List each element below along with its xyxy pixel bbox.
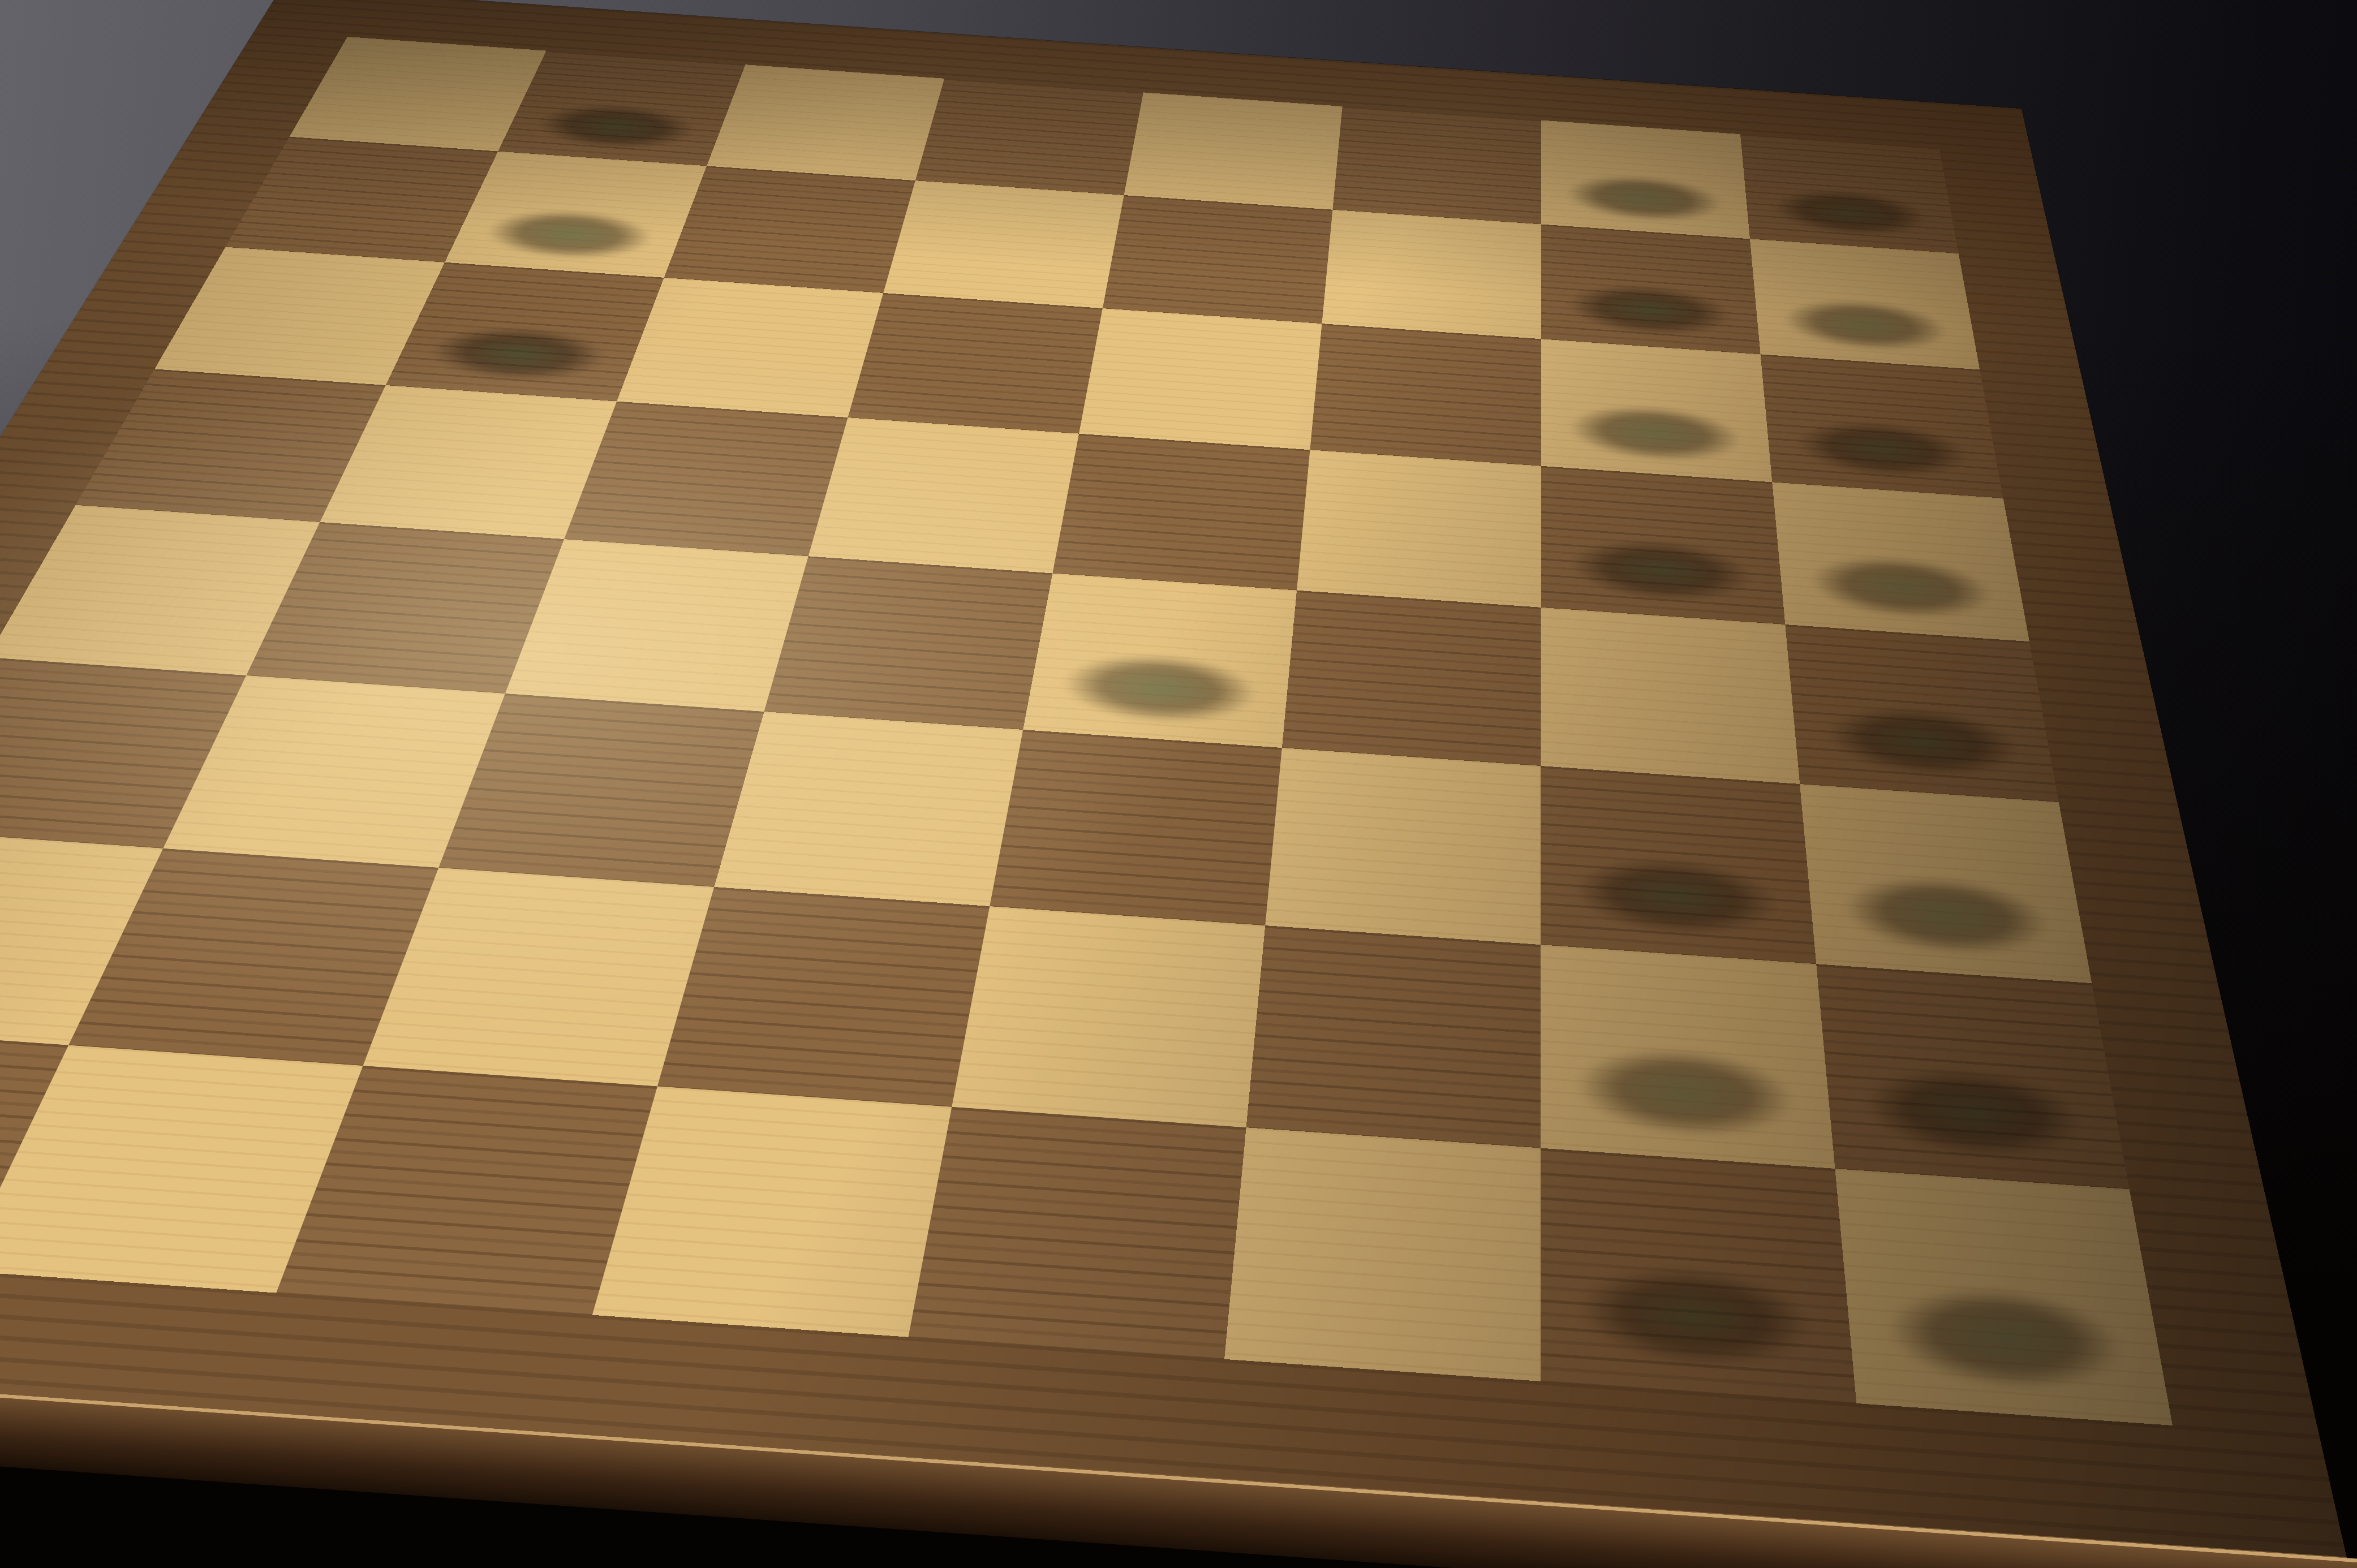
square-a4	[592, 1086, 952, 1337]
square-f5	[1079, 308, 1322, 450]
square-a6	[1224, 1127, 1541, 1381]
square-e1	[76, 369, 386, 522]
square-c1	[0, 657, 246, 848]
square-f3	[617, 278, 883, 417]
square-f4	[848, 293, 1103, 434]
chessboard-grid: ♟♟♜♟♟♞♟♟♝♟♚♟♛♟♝♟♞♟♜	[0, 37, 2173, 1425]
square-g4	[883, 180, 1124, 308]
square-g3	[664, 166, 915, 293]
chess-photo-scene: ♟♟♜♟♟♞♟♟♝♟♚♟♛♟♝♟♞♟♜	[0, 0, 2357, 1568]
square-b4	[657, 887, 990, 1107]
square-b6	[1246, 925, 1541, 1148]
square-h4	[915, 79, 1143, 195]
square-h6	[1332, 106, 1541, 225]
square-c6	[1265, 748, 1541, 945]
square-a7: ♟	[1541, 1148, 1857, 1403]
square-d6	[1282, 591, 1541, 766]
square-g6	[1322, 210, 1541, 339]
square-d4	[764, 556, 1053, 730]
square-a3	[276, 1066, 657, 1315]
square-h5	[1124, 92, 1343, 209]
square-d5: ♟	[1023, 573, 1297, 748]
square-a8: ♜	[1835, 1169, 2173, 1425]
square-e6	[1297, 450, 1541, 608]
square-a5	[908, 1107, 1246, 1359]
square-f6	[1310, 324, 1541, 466]
perspective-viewport: ♟♟♜♟♟♞♟♟♝♟♚♟♛♟♝♟♞♟♜	[0, 0, 2357, 1568]
square-f2: ♟	[386, 262, 664, 402]
square-h3	[707, 64, 944, 180]
square-c5	[990, 730, 1282, 925]
square-c4	[714, 712, 1023, 906]
chessboard: ♟♟♜♟♟♞♟♟♝♟♚♟♛♟♝♟♞♟♜	[0, 0, 2347, 1558]
square-a2	[0, 1045, 363, 1293]
square-b5	[952, 906, 1265, 1127]
square-g5	[1103, 195, 1333, 324]
